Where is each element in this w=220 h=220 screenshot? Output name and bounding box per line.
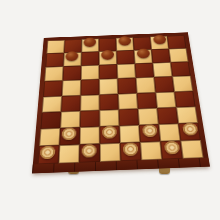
square-r8c2[interactable] — [58, 144, 79, 163]
dark-checker-piece[interactable] — [101, 50, 114, 60]
square-r2c1[interactable] — [45, 53, 64, 67]
square-r4c1[interactable] — [43, 81, 62, 97]
square-r5c2[interactable] — [61, 95, 81, 111]
square-r7c6[interactable] — [139, 124, 160, 142]
square-r8c6[interactable] — [140, 141, 162, 160]
square-r6c6[interactable] — [138, 108, 159, 125]
square-r2c6[interactable] — [134, 50, 153, 64]
square-r7c7[interactable] — [159, 123, 181, 141]
square-r7c8[interactable] — [178, 123, 200, 141]
square-r8c4[interactable] — [100, 143, 121, 162]
light-checker-piece[interactable] — [123, 142, 139, 156]
square-r3c3[interactable] — [81, 65, 99, 80]
board-frame — [32, 32, 210, 173]
square-r2c4[interactable] — [99, 51, 117, 65]
square-r7c4[interactable] — [100, 126, 120, 144]
square-r5c1[interactable] — [42, 96, 62, 112]
square-r3c1[interactable] — [44, 67, 63, 82]
light-checker-piece[interactable] — [62, 127, 77, 140]
square-r5c8[interactable] — [174, 91, 195, 107]
square-r7c1[interactable] — [39, 128, 60, 146]
square-r1c8[interactable] — [167, 35, 186, 49]
square-r2c2[interactable] — [63, 52, 81, 66]
square-r4c4[interactable] — [99, 79, 118, 95]
square-r7c3[interactable] — [80, 126, 100, 144]
square-r5c4[interactable] — [99, 94, 118, 110]
board-tilt-wrapper — [25, 0, 210, 173]
square-r1c5[interactable] — [116, 37, 134, 51]
square-r6c3[interactable] — [80, 110, 100, 127]
light-checker-piece[interactable] — [182, 123, 198, 136]
light-checker-piece[interactable] — [82, 144, 97, 158]
square-r7c2[interactable] — [59, 127, 80, 145]
square-r2c7[interactable] — [151, 49, 170, 63]
dark-checker-piece[interactable] — [137, 49, 151, 59]
square-r5c7[interactable] — [156, 91, 177, 107]
square-r3c6[interactable] — [135, 63, 154, 78]
square-r6c2[interactable] — [60, 111, 80, 128]
photo-background — [0, 0, 220, 220]
square-r6c7[interactable] — [157, 107, 178, 124]
game-board — [32, 32, 210, 173]
square-r3c4[interactable] — [99, 65, 117, 80]
square-r8c7[interactable] — [160, 141, 182, 160]
square-r2c8[interactable] — [169, 48, 189, 62]
square-r3c5[interactable] — [117, 64, 136, 79]
square-r3c7[interactable] — [153, 63, 173, 78]
square-r4c2[interactable] — [62, 80, 81, 96]
square-r5c6[interactable] — [137, 92, 157, 108]
square-r2c3[interactable] — [81, 52, 99, 66]
square-r5c5[interactable] — [118, 93, 138, 109]
square-r6c8[interactable] — [176, 106, 198, 123]
square-r8c3[interactable] — [79, 144, 100, 163]
square-r8c1[interactable] — [38, 145, 60, 164]
square-r6c5[interactable] — [119, 109, 139, 126]
light-checker-piece[interactable] — [40, 146, 56, 160]
square-r6c4[interactable] — [99, 109, 119, 126]
light-checker-piece[interactable] — [164, 141, 180, 155]
square-r1c7[interactable] — [150, 36, 169, 50]
checkers-grid — [38, 35, 204, 164]
square-r1c3[interactable] — [82, 39, 99, 53]
square-r4c5[interactable] — [117, 78, 136, 94]
square-r8c5[interactable] — [120, 142, 141, 161]
square-r7c5[interactable] — [119, 125, 140, 143]
square-r4c3[interactable] — [81, 79, 100, 95]
square-r1c1[interactable] — [47, 40, 65, 54]
square-r4c6[interactable] — [136, 77, 156, 93]
dark-checker-piece[interactable] — [153, 35, 167, 45]
square-r2c5[interactable] — [116, 50, 134, 64]
light-checker-piece[interactable] — [142, 124, 157, 137]
light-checker-piece[interactable] — [102, 126, 117, 139]
dark-checker-piece[interactable] — [84, 37, 97, 47]
square-r5c3[interactable] — [80, 94, 99, 110]
square-r8c8[interactable] — [181, 140, 204, 159]
square-r4c8[interactable] — [172, 76, 193, 92]
square-r4c7[interactable] — [154, 77, 174, 93]
square-r6c1[interactable] — [41, 111, 61, 128]
dark-checker-piece[interactable] — [118, 36, 131, 46]
dark-checker-piece[interactable] — [65, 51, 78, 61]
square-r3c8[interactable] — [171, 62, 191, 77]
square-r3c2[interactable] — [63, 66, 82, 81]
